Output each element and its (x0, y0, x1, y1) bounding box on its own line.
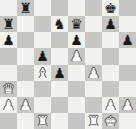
square-a2[interactable]: ♟ (0, 97, 17, 113)
square-d6[interactable] (51, 32, 68, 48)
square-g5[interactable] (102, 48, 119, 64)
square-c4[interactable]: ♝ (34, 65, 51, 81)
square-f1[interactable]: ♜ (85, 113, 102, 129)
square-e1[interactable] (68, 113, 85, 129)
square-c7[interactable] (34, 16, 51, 32)
square-g1[interactable]: ♚ (102, 113, 119, 129)
square-g8[interactable]: ♚ (102, 0, 119, 16)
piece-white-bishop: ♝ (36, 65, 49, 79)
square-h6[interactable]: ♟ (119, 32, 136, 48)
piece-black-rook: ♜ (19, 1, 32, 15)
square-c6[interactable] (34, 32, 51, 48)
piece-black-king: ♚ (104, 1, 117, 15)
piece-white-pawn: ♟ (2, 97, 15, 111)
square-c1[interactable]: ♜ (34, 113, 51, 129)
piece-white-pawn: ♟ (87, 65, 100, 79)
square-h7[interactable] (119, 16, 136, 32)
piece-white-pawn: ♟ (70, 49, 83, 63)
square-e3[interactable] (68, 81, 85, 97)
square-c8[interactable] (34, 0, 51, 16)
square-h5[interactable] (119, 48, 136, 64)
piece-black-rook: ♜ (2, 17, 15, 31)
square-f2[interactable] (85, 97, 102, 113)
chess-board: ♜♚♜♞♛♟♟♟♟♟♟♝♟♟♛♟♟♟♟♜♜♚ (0, 0, 136, 129)
square-a8[interactable] (0, 0, 17, 16)
piece-black-queen: ♛ (70, 17, 83, 31)
square-d2[interactable] (51, 97, 68, 113)
piece-white-rook: ♜ (87, 113, 100, 127)
square-c2[interactable] (34, 97, 51, 113)
square-g3[interactable] (102, 81, 119, 97)
square-b7[interactable] (17, 16, 34, 32)
square-e5[interactable]: ♟ (68, 48, 85, 64)
square-b6[interactable] (17, 32, 34, 48)
square-h3[interactable] (119, 81, 136, 97)
square-e6[interactable]: ♟ (68, 32, 85, 48)
piece-black-pawn: ♟ (121, 33, 134, 47)
piece-white-queen: ♛ (2, 81, 15, 95)
square-b3[interactable] (17, 81, 34, 97)
square-a1[interactable] (0, 113, 17, 129)
square-b1[interactable] (17, 113, 34, 129)
square-e4[interactable] (68, 65, 85, 81)
square-a6[interactable]: ♟ (0, 32, 17, 48)
square-h8[interactable] (119, 0, 136, 16)
square-g4[interactable] (102, 65, 119, 81)
square-a3[interactable]: ♛ (0, 81, 17, 97)
square-h4[interactable] (119, 65, 136, 81)
square-b2[interactable]: ♟ (17, 97, 34, 113)
square-a5[interactable] (0, 48, 17, 64)
square-d8[interactable] (51, 0, 68, 16)
chess-diagram: ♜♚♜♞♛♟♟♟♟♟♟♝♟♟♛♟♟♟♟♜♜♚ (0, 0, 136, 129)
square-d1[interactable] (51, 113, 68, 129)
piece-black-pawn: ♟ (70, 33, 83, 47)
square-c5[interactable]: ♟ (34, 48, 51, 64)
square-g2[interactable]: ♟ (102, 97, 119, 113)
square-g7[interactable]: ♟ (102, 16, 119, 32)
square-a4[interactable] (0, 65, 17, 81)
piece-black-pawn: ♟ (104, 17, 117, 31)
square-f4[interactable]: ♟ (85, 65, 102, 81)
square-a7[interactable]: ♜ (0, 16, 17, 32)
piece-black-pawn: ♟ (36, 49, 49, 63)
square-b8[interactable]: ♜ (17, 0, 34, 16)
piece-white-rook: ♜ (36, 113, 49, 127)
square-h1[interactable] (119, 113, 136, 129)
square-f8[interactable] (85, 0, 102, 16)
square-e7[interactable]: ♛ (68, 16, 85, 32)
square-e2[interactable] (68, 97, 85, 113)
square-f6[interactable] (85, 32, 102, 48)
square-h2[interactable]: ♟ (119, 97, 136, 113)
square-g6[interactable] (102, 32, 119, 48)
square-e8[interactable] (68, 0, 85, 16)
square-f5[interactable] (85, 48, 102, 64)
square-f7[interactable] (85, 16, 102, 32)
square-d3[interactable] (51, 81, 68, 97)
square-b4[interactable] (17, 65, 34, 81)
square-c3[interactable] (34, 81, 51, 97)
square-f3[interactable] (85, 81, 102, 97)
square-d7[interactable]: ♞ (51, 16, 68, 32)
piece-black-pawn: ♟ (2, 33, 15, 47)
piece-black-knight: ♞ (53, 17, 66, 31)
piece-white-pawn: ♟ (121, 97, 134, 111)
piece-white-king: ♚ (104, 113, 117, 127)
piece-white-pawn: ♟ (104, 97, 117, 111)
square-b5[interactable] (17, 48, 34, 64)
square-d4[interactable]: ♟ (51, 65, 68, 81)
square-d5[interactable] (51, 48, 68, 64)
piece-white-pawn: ♟ (19, 97, 32, 111)
piece-black-pawn: ♟ (53, 65, 66, 79)
